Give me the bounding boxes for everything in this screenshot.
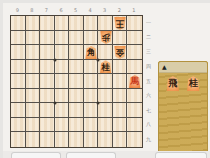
board-cell[interactable] [113, 74, 128, 89]
board-cell[interactable] [69, 45, 84, 60]
cropped-toolbar [3, 151, 210, 158]
board-cell[interactable] [55, 132, 70, 147]
rank-label: 六 [144, 88, 151, 103]
board-cell[interactable] [55, 103, 70, 118]
rank-labels: 一二三四五六七八九 [144, 15, 151, 146]
board-cell[interactable] [26, 31, 41, 46]
board-cell[interactable] [84, 60, 99, 75]
board-cell[interactable] [69, 118, 84, 133]
file-label: 8 [25, 6, 40, 14]
board-cell[interactable] [69, 89, 84, 104]
hoshi-dot [97, 58, 100, 61]
board-cell[interactable] [55, 31, 70, 46]
file-label: 7 [39, 6, 54, 14]
board-cell[interactable] [98, 16, 113, 31]
board-cell[interactable] [127, 60, 142, 75]
hoshi-dot [53, 58, 56, 61]
board-cell[interactable] [26, 103, 41, 118]
toolbar-button-partial[interactable] [66, 152, 116, 158]
hand-piece-knight[interactable]: 桂 [187, 76, 200, 91]
board-cell[interactable] [127, 45, 142, 60]
board-cell[interactable] [11, 60, 26, 75]
board-cell[interactable] [11, 31, 26, 46]
file-label: 6 [54, 6, 69, 14]
board-cell[interactable] [84, 74, 99, 89]
board-cell[interactable] [26, 74, 41, 89]
board-cell[interactable] [127, 89, 142, 104]
tsume-shogi-diagram: 987654321 王歩角金桂馬 一二三四五六七八九 ▲ 飛桂 [0, 0, 210, 158]
board-cell[interactable] [11, 45, 26, 60]
board-cell[interactable] [127, 103, 142, 118]
board-cell[interactable] [84, 103, 99, 118]
rank-label: 二 [144, 30, 151, 45]
board-cell[interactable] [11, 132, 26, 147]
board-cell[interactable] [69, 16, 84, 31]
board-cell[interactable] [26, 118, 41, 133]
board-cell[interactable] [11, 74, 26, 89]
file-label: 5 [68, 6, 83, 14]
board-cell[interactable] [127, 31, 142, 46]
board-cell[interactable] [98, 103, 113, 118]
hand-piece-rook[interactable]: 飛 [166, 76, 179, 91]
board-cell[interactable] [84, 118, 99, 133]
hoshi-dot [97, 102, 100, 105]
board-cell[interactable] [40, 60, 55, 75]
board-cell[interactable] [127, 132, 142, 147]
board-cell[interactable] [84, 132, 99, 147]
board-cell[interactable] [40, 45, 55, 60]
toolbar-button-partial[interactable] [11, 152, 61, 158]
board-cell[interactable] [113, 118, 128, 133]
board-cell[interactable] [55, 60, 70, 75]
board-cell[interactable] [11, 89, 26, 104]
board-cell[interactable] [69, 60, 84, 75]
board-cell[interactable] [98, 74, 113, 89]
board-cell[interactable] [113, 132, 128, 147]
board-cell[interactable] [113, 60, 128, 75]
file-label: 1 [127, 6, 142, 14]
hand-pieces-row: 飛桂 [159, 76, 207, 91]
komadai-header: ▲ [159, 62, 207, 73]
board-cell[interactable] [127, 16, 142, 31]
rank-label: 九 [144, 132, 151, 147]
file-label: 3 [97, 6, 112, 14]
toolbar-button-partial[interactable] [155, 152, 207, 158]
board-cell[interactable] [11, 16, 26, 31]
hoshi-dot [53, 102, 56, 105]
board-cell[interactable] [113, 89, 128, 104]
board-cell[interactable] [98, 45, 113, 60]
rank-label: 三 [144, 44, 151, 59]
board-cell[interactable] [26, 89, 41, 104]
board-cell[interactable] [69, 31, 84, 46]
board-cell[interactable] [26, 45, 41, 60]
board-cell[interactable] [69, 74, 84, 89]
board-cell[interactable] [40, 16, 55, 31]
board-cell[interactable] [55, 45, 70, 60]
board-grid [11, 16, 142, 147]
board-cell[interactable] [26, 132, 41, 147]
board-cell[interactable] [127, 118, 142, 133]
board-cell[interactable] [98, 132, 113, 147]
board-cell[interactable] [11, 103, 26, 118]
rank-label: 一 [144, 15, 151, 30]
rank-label: 五 [144, 73, 151, 88]
rank-label: 七 [144, 102, 151, 117]
board-cell[interactable] [26, 60, 41, 75]
board-cell[interactable] [40, 31, 55, 46]
board-cell[interactable] [113, 31, 128, 46]
board-cell[interactable] [40, 74, 55, 89]
board-cell[interactable] [69, 103, 84, 118]
board-cell[interactable] [40, 89, 55, 104]
file-labels: 987654321 [10, 6, 141, 14]
board-cell[interactable] [98, 89, 113, 104]
board-cell[interactable] [55, 118, 70, 133]
board-cell[interactable] [40, 132, 55, 147]
file-label: 4 [83, 6, 98, 14]
rank-label: 八 [144, 117, 151, 132]
board-cell[interactable] [98, 118, 113, 133]
board-cell[interactable] [11, 118, 26, 133]
board-cell[interactable] [84, 89, 99, 104]
file-label: 2 [112, 6, 127, 14]
shogi-board: 王歩角金桂馬 [10, 15, 143, 148]
board-cell[interactable] [84, 31, 99, 46]
board-cell[interactable] [26, 16, 41, 31]
board-cell[interactable] [40, 103, 55, 118]
file-label: 9 [10, 6, 25, 14]
komadai: ▲ 飛桂 [158, 61, 208, 155]
rank-label: 四 [144, 59, 151, 74]
board-cell[interactable] [113, 103, 128, 118]
board-cell[interactable] [55, 89, 70, 104]
board-cell[interactable] [40, 118, 55, 133]
sente-triangle-icon: ▲ [162, 63, 167, 71]
board-cell[interactable] [69, 132, 84, 147]
board-cell[interactable] [55, 74, 70, 89]
board-cell[interactable] [55, 16, 70, 31]
board-cell[interactable] [84, 16, 99, 31]
